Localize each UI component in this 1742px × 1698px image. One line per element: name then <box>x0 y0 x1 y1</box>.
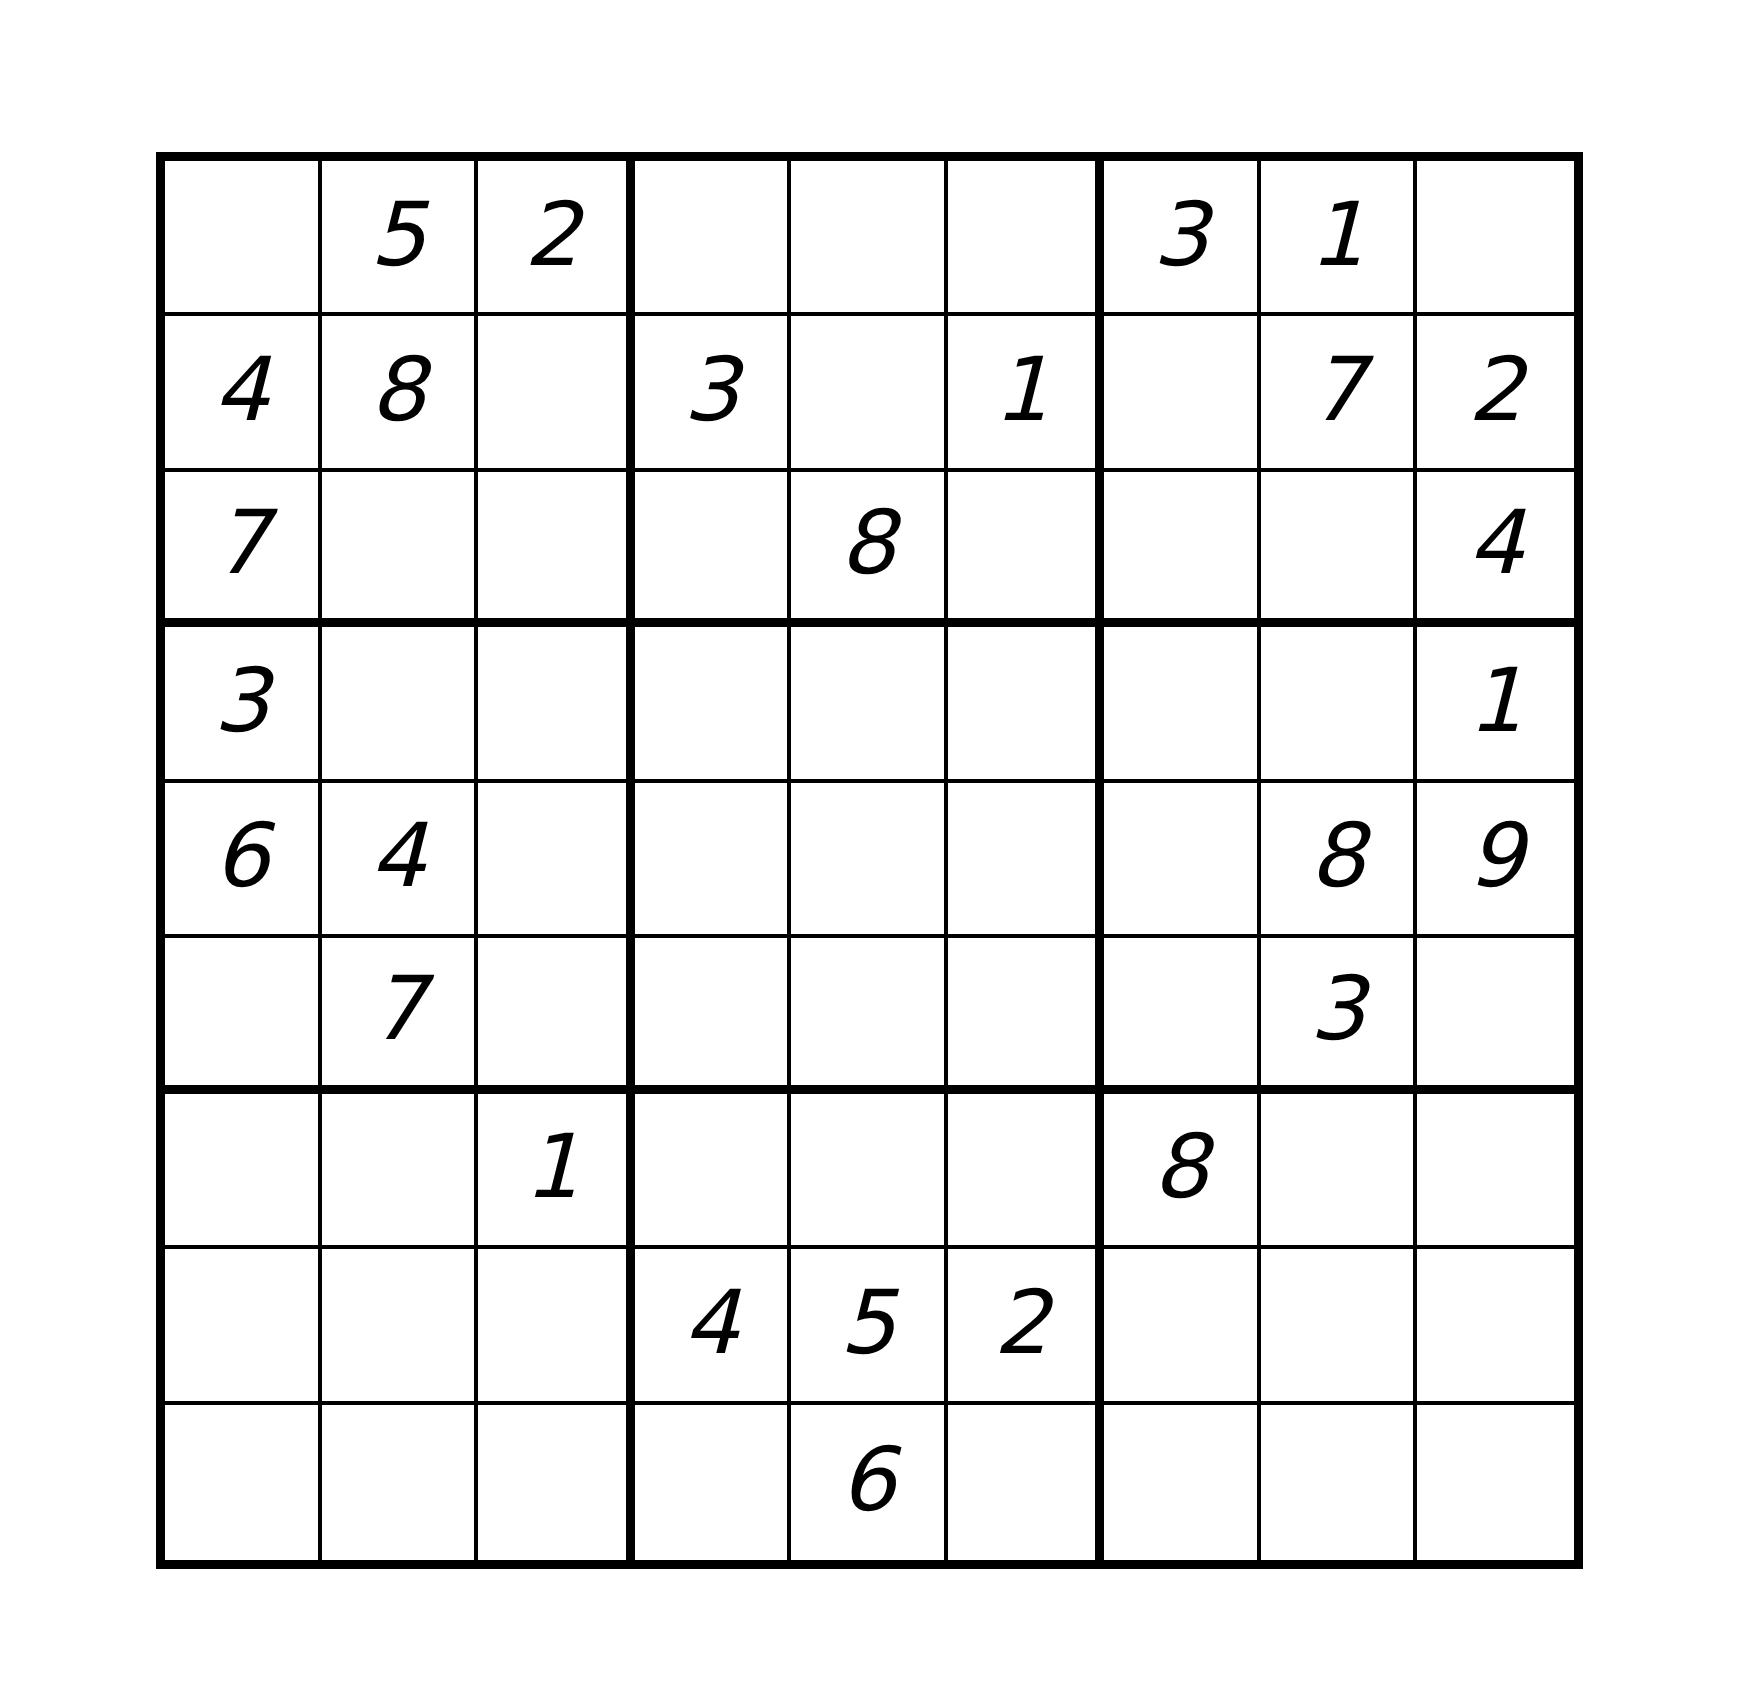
cell-r1c1[interactable] <box>165 161 322 316</box>
cell-r3c6[interactable] <box>948 472 1105 627</box>
cell-r6c6[interactable] <box>948 938 1105 1093</box>
cell-r7c8[interactable] <box>1261 1094 1418 1249</box>
cell-r3c9: 4 <box>1417 472 1574 627</box>
cell-r9c2[interactable] <box>322 1405 479 1560</box>
given-digit: 5 <box>839 1279 895 1367</box>
cell-r8c1[interactable] <box>165 1249 322 1404</box>
cell-r3c8[interactable] <box>1261 472 1418 627</box>
cell-r2c8: 7 <box>1261 316 1418 471</box>
given-digit: 8 <box>1309 812 1365 900</box>
cell-r6c5[interactable] <box>791 938 948 1093</box>
cell-r1c6[interactable] <box>948 161 1105 316</box>
cell-r5c2: 4 <box>322 783 479 938</box>
cell-r5c1: 6 <box>165 783 322 938</box>
cell-r6c3[interactable] <box>478 938 635 1093</box>
given-digit: 7 <box>213 499 269 587</box>
cell-r8c6: 2 <box>948 1249 1105 1404</box>
cell-r2c9: 2 <box>1417 316 1574 471</box>
cell-r8c2[interactable] <box>322 1249 479 1404</box>
given-digit: 8 <box>1153 1123 1209 1211</box>
cell-r1c7: 3 <box>1104 161 1261 316</box>
given-digit: 9 <box>1468 812 1524 900</box>
cell-r9c3[interactable] <box>478 1405 635 1560</box>
given-digit: 2 <box>994 1279 1050 1367</box>
cell-r5c6[interactable] <box>948 783 1105 938</box>
given-digit: 1 <box>994 346 1050 434</box>
given-digit: 1 <box>1468 657 1524 745</box>
given-digit: 4 <box>213 346 269 434</box>
given-digit: 8 <box>370 346 426 434</box>
cell-r4c9: 1 <box>1417 627 1574 782</box>
given-digit: 1 <box>524 1123 580 1211</box>
cell-r9c4[interactable] <box>635 1405 792 1560</box>
cell-r5c8: 8 <box>1261 783 1418 938</box>
given-digit: 7 <box>370 965 426 1053</box>
cell-r4c3[interactable] <box>478 627 635 782</box>
cell-r7c3: 1 <box>478 1094 635 1249</box>
cell-r4c8[interactable] <box>1261 627 1418 782</box>
cell-r2c5[interactable] <box>791 316 948 471</box>
cell-r3c5: 8 <box>791 472 948 627</box>
cell-r3c2[interactable] <box>322 472 479 627</box>
cell-r7c1[interactable] <box>165 1094 322 1249</box>
sudoku-board: 523148317278431648973184526 <box>156 152 1583 1569</box>
given-digit: 8 <box>839 499 895 587</box>
cell-r1c8: 1 <box>1261 161 1418 316</box>
cell-r3c1: 7 <box>165 472 322 627</box>
given-digit: 6 <box>839 1436 895 1524</box>
given-digit: 4 <box>683 1279 739 1367</box>
given-digit: 2 <box>1468 346 1524 434</box>
cell-r4c7[interactable] <box>1104 627 1261 782</box>
cell-r2c1: 4 <box>165 316 322 471</box>
cell-r5c3[interactable] <box>478 783 635 938</box>
cell-r4c5[interactable] <box>791 627 948 782</box>
given-digit: 7 <box>1309 346 1365 434</box>
given-digit: 4 <box>1468 499 1524 587</box>
given-digit: 4 <box>370 812 426 900</box>
cell-r6c1[interactable] <box>165 938 322 1093</box>
cell-r9c5: 6 <box>791 1405 948 1560</box>
cell-r9c7[interactable] <box>1104 1405 1261 1560</box>
cell-r3c7[interactable] <box>1104 472 1261 627</box>
cell-r1c2: 5 <box>322 161 479 316</box>
given-digit: 3 <box>213 657 269 745</box>
cell-r8c8[interactable] <box>1261 1249 1418 1404</box>
cell-r4c1: 3 <box>165 627 322 782</box>
cell-r2c7[interactable] <box>1104 316 1261 471</box>
cell-r7c2[interactable] <box>322 1094 479 1249</box>
cell-r5c4[interactable] <box>635 783 792 938</box>
cell-r4c2[interactable] <box>322 627 479 782</box>
cell-r9c9[interactable] <box>1417 1405 1574 1560</box>
cell-r9c8[interactable] <box>1261 1405 1418 1560</box>
cell-r9c6[interactable] <box>948 1405 1105 1560</box>
cell-r5c9: 9 <box>1417 783 1574 938</box>
cell-r7c7: 8 <box>1104 1094 1261 1249</box>
cell-r6c7[interactable] <box>1104 938 1261 1093</box>
cell-r4c4[interactable] <box>635 627 792 782</box>
cell-r8c3[interactable] <box>478 1249 635 1404</box>
cell-r7c6[interactable] <box>948 1094 1105 1249</box>
cell-r5c5[interactable] <box>791 783 948 938</box>
cell-r8c4: 4 <box>635 1249 792 1404</box>
cell-r7c4[interactable] <box>635 1094 792 1249</box>
cell-r8c5: 5 <box>791 1249 948 1404</box>
cell-r9c1[interactable] <box>165 1405 322 1560</box>
cell-r3c3[interactable] <box>478 472 635 627</box>
given-digit: 1 <box>1309 191 1365 279</box>
cell-r1c5[interactable] <box>791 161 948 316</box>
given-digit: 3 <box>1309 965 1365 1053</box>
cell-r1c4[interactable] <box>635 161 792 316</box>
cell-r2c4: 3 <box>635 316 792 471</box>
given-digit: 3 <box>683 346 739 434</box>
cell-r1c3: 2 <box>478 161 635 316</box>
cell-r6c8: 3 <box>1261 938 1418 1093</box>
cell-r3c4[interactable] <box>635 472 792 627</box>
given-digit: 3 <box>1153 191 1209 279</box>
cell-r6c9[interactable] <box>1417 938 1574 1093</box>
given-digit: 6 <box>213 812 269 900</box>
cell-r6c4[interactable] <box>635 938 792 1093</box>
given-digit: 5 <box>370 191 426 279</box>
cell-r1c9[interactable] <box>1417 161 1574 316</box>
cell-r2c2: 8 <box>322 316 479 471</box>
cell-r4c6[interactable] <box>948 627 1105 782</box>
cell-r2c6: 1 <box>948 316 1105 471</box>
cell-r2c3[interactable] <box>478 316 635 471</box>
given-digit: 2 <box>524 191 580 279</box>
cell-r8c9[interactable] <box>1417 1249 1574 1404</box>
cell-r7c9[interactable] <box>1417 1094 1574 1249</box>
sudoku-page: 523148317278431648973184526 <box>0 0 1742 1698</box>
cell-r5c7[interactable] <box>1104 783 1261 938</box>
cell-r6c2: 7 <box>322 938 479 1093</box>
cell-r8c7[interactable] <box>1104 1249 1261 1404</box>
cell-r7c5[interactable] <box>791 1094 948 1249</box>
